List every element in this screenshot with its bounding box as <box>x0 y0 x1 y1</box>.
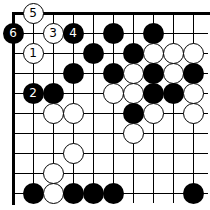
intersection-4-4[interactable] <box>63 63 83 83</box>
stone-white <box>63 143 84 164</box>
intersection-10-1[interactable] <box>183 3 203 23</box>
intersection-2-4[interactable] <box>23 63 43 83</box>
intersection-6-7[interactable] <box>103 123 123 143</box>
stone-white-move-5: 5 <box>23 3 44 24</box>
intersection-9-2[interactable] <box>163 23 183 43</box>
move-number-label: 4 <box>69 27 77 39</box>
move-number-label: 5 <box>29 7 37 19</box>
intersection-4-8[interactable] <box>63 143 83 163</box>
stone-white <box>143 43 164 64</box>
intersection-6-9[interactable] <box>103 163 123 183</box>
intersection-7-10[interactable] <box>123 183 143 203</box>
intersection-4-10[interactable] <box>63 183 83 203</box>
stone-white <box>123 123 144 144</box>
intersection-10-6[interactable] <box>183 103 203 123</box>
intersection-7-4[interactable] <box>123 63 143 83</box>
intersection-7-8[interactable] <box>123 143 143 163</box>
board-intersections-grid: 563412 <box>3 3 203 203</box>
stone-black <box>143 63 164 84</box>
intersection-5-2[interactable] <box>83 23 103 43</box>
intersection-8-6[interactable] <box>143 103 163 123</box>
intersection-7-5[interactable] <box>123 83 143 103</box>
intersection-8-1[interactable] <box>143 3 163 23</box>
stone-black <box>163 83 184 104</box>
intersection-1-7[interactable] <box>3 123 23 143</box>
intersection-8-10[interactable] <box>143 183 163 203</box>
intersection-3-7[interactable] <box>43 123 63 143</box>
intersection-2-7[interactable] <box>23 123 43 143</box>
intersection-5-4[interactable] <box>83 63 103 83</box>
stone-white <box>163 63 184 84</box>
stone-black <box>183 63 204 84</box>
intersection-4-6[interactable] <box>63 103 83 123</box>
stone-black <box>63 63 84 84</box>
stone-white <box>43 103 64 124</box>
intersection-4-1[interactable] <box>63 3 83 23</box>
intersection-10-4[interactable] <box>183 63 203 83</box>
go-board: 563412 <box>0 0 210 210</box>
intersection-6-1[interactable] <box>103 3 123 23</box>
intersection-2-3[interactable]: 1 <box>23 43 43 63</box>
intersection-9-6[interactable] <box>163 103 183 123</box>
stone-white <box>43 183 64 204</box>
intersection-8-9[interactable] <box>143 163 163 183</box>
intersection-9-1[interactable] <box>163 3 183 23</box>
stone-black <box>103 63 124 84</box>
intersection-5-9[interactable] <box>83 163 103 183</box>
intersection-6-5[interactable] <box>103 83 123 103</box>
move-number-label: 3 <box>49 27 57 39</box>
intersection-7-6[interactable] <box>123 103 143 123</box>
stone-black <box>103 183 124 204</box>
intersection-3-1[interactable] <box>43 3 63 23</box>
intersection-1-9[interactable] <box>3 163 23 183</box>
intersection-2-2[interactable] <box>23 23 43 43</box>
intersection-2-8[interactable] <box>23 143 43 163</box>
stone-white <box>43 163 64 184</box>
intersection-7-3[interactable] <box>123 43 143 63</box>
stone-black <box>63 183 84 204</box>
intersection-2-5[interactable]: 2 <box>23 83 43 103</box>
intersection-7-1[interactable] <box>123 3 143 23</box>
stone-white <box>183 83 204 104</box>
intersection-4-9[interactable] <box>63 163 83 183</box>
intersection-9-3[interactable] <box>163 43 183 63</box>
stone-black <box>123 43 144 64</box>
intersection-3-5[interactable] <box>43 83 63 103</box>
intersection-8-4[interactable] <box>143 63 163 83</box>
intersection-6-6[interactable] <box>103 103 123 123</box>
intersection-7-7[interactable] <box>123 123 143 143</box>
intersection-9-8[interactable] <box>163 143 183 163</box>
intersection-5-5[interactable] <box>83 83 103 103</box>
stone-black <box>123 103 144 124</box>
intersection-8-2[interactable] <box>143 23 163 43</box>
intersection-7-9[interactable] <box>123 163 143 183</box>
stone-black <box>83 43 104 64</box>
intersection-10-9[interactable] <box>183 163 203 183</box>
intersection-8-5[interactable] <box>143 83 163 103</box>
intersection-3-3[interactable] <box>43 43 63 63</box>
intersection-3-2[interactable]: 3 <box>43 23 63 43</box>
intersection-5-6[interactable] <box>83 103 103 123</box>
intersection-5-8[interactable] <box>83 143 103 163</box>
intersection-4-5[interactable] <box>63 83 83 103</box>
intersection-2-6[interactable] <box>23 103 43 123</box>
intersection-2-9[interactable] <box>23 163 43 183</box>
intersection-9-7[interactable] <box>163 123 183 143</box>
intersection-6-3[interactable] <box>103 43 123 63</box>
intersection-4-7[interactable] <box>63 123 83 143</box>
move-number-label: 6 <box>9 27 17 39</box>
intersection-6-4[interactable] <box>103 63 123 83</box>
stone-white <box>143 103 164 124</box>
intersection-10-8[interactable] <box>183 143 203 163</box>
go-diagram-page: { "game": "go", "diagram_title": "corner… <box>0 0 210 210</box>
stone-black <box>183 183 204 204</box>
intersection-5-1[interactable] <box>83 3 103 23</box>
stone-black <box>143 83 164 104</box>
stone-white <box>103 83 124 104</box>
intersection-8-7[interactable] <box>143 123 163 143</box>
intersection-5-10[interactable] <box>83 183 103 203</box>
intersection-9-5[interactable] <box>163 83 183 103</box>
stone-white <box>123 63 144 84</box>
intersection-4-3[interactable] <box>63 43 83 63</box>
intersection-6-10[interactable] <box>103 183 123 203</box>
stone-white <box>163 43 184 64</box>
intersection-4-2[interactable]: 4 <box>63 23 83 43</box>
intersection-5-3[interactable] <box>83 43 103 63</box>
intersection-10-7[interactable] <box>183 123 203 143</box>
intersection-2-1[interactable]: 5 <box>23 3 43 23</box>
intersection-1-8[interactable] <box>3 143 23 163</box>
intersection-1-6[interactable] <box>3 103 23 123</box>
stone-white <box>183 103 204 124</box>
intersection-3-8[interactable] <box>43 143 63 163</box>
intersection-3-9[interactable] <box>43 163 63 183</box>
intersection-1-5[interactable] <box>3 83 23 103</box>
stone-white <box>63 103 84 124</box>
intersection-3-6[interactable] <box>43 103 63 123</box>
intersection-1-2[interactable]: 6 <box>3 23 23 43</box>
intersection-5-7[interactable] <box>83 123 103 143</box>
intersection-3-4[interactable] <box>43 63 63 83</box>
intersection-10-3[interactable] <box>183 43 203 63</box>
stone-black-move-2: 2 <box>23 83 44 104</box>
intersection-6-2[interactable] <box>103 23 123 43</box>
intersection-9-10[interactable] <box>163 183 183 203</box>
stone-black-move-4: 4 <box>63 23 84 44</box>
intersection-9-9[interactable] <box>163 163 183 183</box>
stone-white <box>123 83 144 104</box>
intersection-1-3[interactable] <box>3 43 23 63</box>
intersection-6-8[interactable] <box>103 143 123 163</box>
stone-white <box>183 43 204 64</box>
stone-black <box>103 23 124 44</box>
intersection-7-2[interactable] <box>123 23 143 43</box>
intersection-9-4[interactable] <box>163 63 183 83</box>
intersection-10-2[interactable] <box>183 23 203 43</box>
stone-black <box>83 183 104 204</box>
intersection-2-10[interactable] <box>23 183 43 203</box>
intersection-1-10[interactable] <box>3 183 23 203</box>
stone-black <box>143 23 164 44</box>
stone-black <box>43 83 64 104</box>
stone-white-move-3: 3 <box>43 23 64 44</box>
intersection-8-8[interactable] <box>143 143 163 163</box>
stone-black <box>23 183 44 204</box>
intersection-8-3[interactable] <box>143 43 163 63</box>
intersection-3-10[interactable] <box>43 183 63 203</box>
intersection-1-1[interactable] <box>3 3 23 23</box>
intersection-1-4[interactable] <box>3 63 23 83</box>
move-number-label: 2 <box>29 87 37 99</box>
intersection-10-5[interactable] <box>183 83 203 103</box>
stone-white-move-1: 1 <box>23 43 44 64</box>
move-number-label: 1 <box>29 47 37 59</box>
stone-black-move-6: 6 <box>3 23 24 44</box>
intersection-10-10[interactable] <box>183 183 203 203</box>
